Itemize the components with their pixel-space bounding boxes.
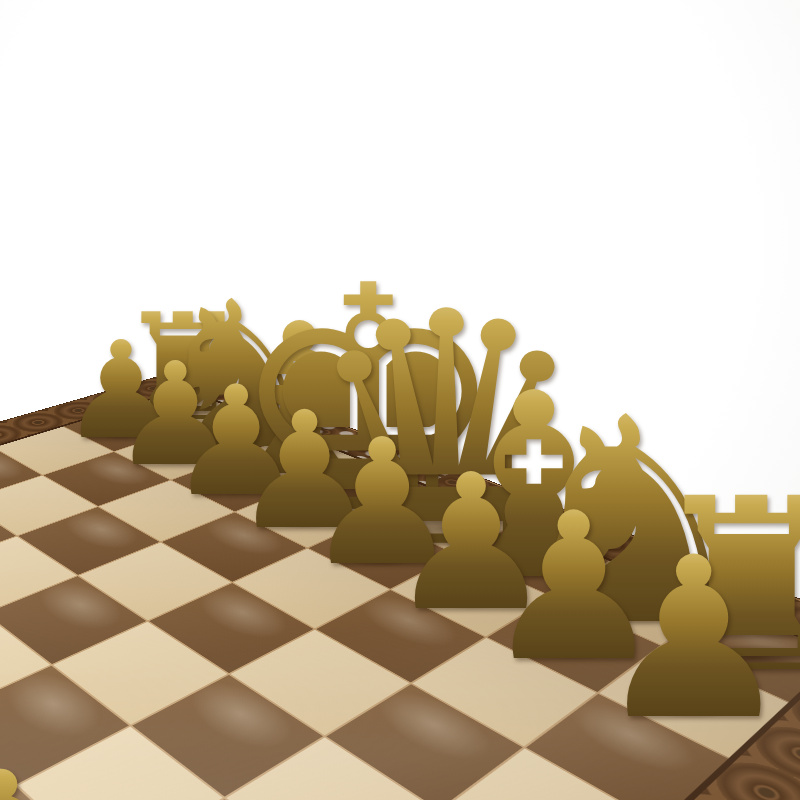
chessboard-frame — [0, 367, 800, 800]
chess-photo-scene: ♜♞♝♚♛♝♞♜♟♟♟♟♟♟♟♟♟♟ — [0, 0, 800, 800]
